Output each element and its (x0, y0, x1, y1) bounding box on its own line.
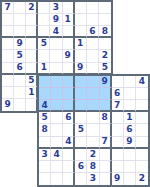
cell-r14-c7[interactable]: 6 (75, 161, 87, 173)
cell-r5-c2[interactable]: 5 (14, 50, 26, 62)
cell-r14-c4[interactable] (39, 161, 51, 173)
cell-r5-c5[interactable] (50, 50, 62, 62)
cell-r11-c10[interactable] (112, 124, 124, 136)
cell-r2-c1[interactable] (2, 14, 14, 26)
cell-r7-c5[interactable] (51, 76, 63, 88)
cell-r11-c8[interactable] (87, 124, 99, 136)
cell-r6-c7[interactable]: 9 (75, 63, 87, 75)
cell-r7-c7[interactable] (75, 76, 87, 88)
cell-r9-c6[interactable] (63, 100, 75, 112)
cell-r5-c8[interactable] (87, 50, 99, 62)
cell-r9-c5[interactable] (51, 100, 63, 112)
cell-r8-c8[interactable] (87, 88, 99, 100)
cell-r3-c8[interactable]: 6 (87, 26, 99, 38)
cell-r6-c9[interactable]: 5 (99, 63, 111, 75)
cell-r8-c7[interactable] (75, 88, 87, 100)
cell-r13-c8[interactable]: 2 (87, 149, 99, 161)
cell-r3-c1[interactable] (2, 26, 14, 38)
cell-r2-c7[interactable] (75, 14, 87, 26)
cell-r1-c5[interactable]: 3 (50, 2, 62, 14)
cell-r5-c3[interactable] (26, 50, 38, 62)
cell-r13-c12[interactable] (136, 149, 148, 161)
cell-r8-c2[interactable] (14, 87, 26, 99)
cell-r3-c5[interactable]: 4 (50, 26, 62, 38)
cell-r13-c11[interactable] (124, 149, 136, 161)
cell-r10-c12[interactable] (136, 112, 148, 124)
cell-r10-c11[interactable]: 1 (124, 112, 136, 124)
cell-r14-c12[interactable] (136, 161, 148, 173)
cell-r10-c7[interactable] (75, 112, 87, 124)
cell-r6-c3[interactable] (26, 63, 38, 75)
cell-r8-c4[interactable] (39, 88, 51, 100)
cell-r9-c10[interactable]: 7 (112, 100, 124, 112)
cell-r2-c3[interactable] (26, 14, 38, 26)
cell-r9-c9[interactable] (100, 100, 112, 112)
cell-r8-c11[interactable] (124, 88, 136, 100)
cell-r12-c11[interactable]: 9 (124, 137, 136, 149)
cell-r15-c10[interactable]: 9 (112, 173, 124, 185)
cell-r3-c9[interactable]: 8 (99, 26, 111, 38)
cell-r5-c4[interactable] (38, 50, 50, 62)
cell-r4-c5[interactable] (50, 38, 62, 50)
cell-r8-c6[interactable] (63, 88, 75, 100)
cell-r11-c4[interactable]: 8 (39, 124, 51, 136)
cell-r15-c7[interactable] (75, 173, 87, 185)
cell-r7-c9[interactable]: 9 (100, 76, 112, 88)
cell-r12-c5[interactable] (51, 137, 63, 149)
cell-r7-c1[interactable] (2, 75, 14, 87)
cell-r7-c11[interactable] (124, 76, 136, 88)
cell-r15-c8[interactable]: 3 (87, 173, 99, 185)
cell-r15-c11[interactable] (124, 173, 136, 185)
cell-r4-c7[interactable]: 1 (75, 38, 87, 50)
cell-r8-c9[interactable] (100, 88, 112, 100)
cell-r6-c1[interactable] (2, 63, 14, 75)
cell-r9-c8[interactable] (87, 100, 99, 112)
cell-r14-c10[interactable] (112, 161, 124, 173)
cell-r15-c5[interactable] (51, 173, 63, 185)
cell-r5-c6[interactable]: 9 (63, 50, 75, 62)
cell-r7-c2[interactable] (14, 75, 26, 87)
cell-r11-c5[interactable] (51, 124, 63, 136)
cell-r13-c6[interactable] (63, 149, 75, 161)
cell-r10-c10[interactable] (112, 112, 124, 124)
cell-r14-c8[interactable]: 8 (87, 161, 99, 173)
cell-r3-c6[interactable] (63, 26, 75, 38)
cell-r14-c6[interactable] (63, 161, 75, 173)
cell-r1-c7[interactable] (75, 2, 87, 14)
cell-r7-c8[interactable] (87, 76, 99, 88)
cell-r12-c8[interactable] (87, 137, 99, 149)
cell-r5-c1[interactable] (2, 50, 14, 62)
cell-r3-c7[interactable] (75, 26, 87, 38)
cell-r4-c9[interactable] (99, 38, 111, 50)
cell-r3-c4[interactable] (38, 26, 50, 38)
cell-r7-c10[interactable] (112, 76, 124, 88)
cell-r3-c3[interactable] (26, 26, 38, 38)
cell-r13-c4[interactable]: 3 (39, 149, 51, 161)
sudoku-grid-bottom-right: 94647568185647934268392 (37, 74, 150, 187)
cell-r2-c6[interactable]: 1 (63, 14, 75, 26)
cell-r9-c7[interactable] (75, 100, 87, 112)
cell-r14-c9[interactable] (100, 161, 112, 173)
cell-r9-c12[interactable] (136, 100, 148, 112)
cell-r14-c5[interactable] (51, 161, 63, 173)
cell-r12-c6[interactable]: 4 (63, 137, 75, 149)
cell-r4-c4[interactable]: 5 (38, 38, 50, 50)
cell-r8-c5[interactable] (51, 88, 63, 100)
cell-r2-c2[interactable] (14, 14, 26, 26)
cell-r12-c7[interactable] (75, 137, 87, 149)
cell-r12-c12[interactable] (136, 137, 148, 149)
cell-r9-c11[interactable] (124, 100, 136, 112)
cell-r5-c9[interactable]: 2 (99, 50, 111, 62)
cell-r6-c8[interactable] (87, 63, 99, 75)
cell-r8-c10[interactable]: 6 (112, 88, 124, 100)
cell-r13-c7[interactable] (75, 149, 87, 161)
cell-r13-c10[interactable] (112, 149, 124, 161)
cell-r12-c9[interactable]: 7 (100, 137, 112, 149)
cell-r6-c2[interactable]: 6 (14, 63, 26, 75)
cell-r15-c4[interactable] (39, 173, 51, 185)
cell-r1-c4[interactable] (38, 2, 50, 14)
twodoku-board: 72391468951592619559194 9464756818564793… (0, 0, 150, 187)
cell-r9-c4[interactable]: 4 (39, 100, 51, 112)
cell-r1-c9[interactable] (99, 2, 111, 14)
cell-r12-c4[interactable] (39, 137, 51, 149)
cell-r1-c3[interactable]: 2 (26, 2, 38, 14)
cell-r6-c6[interactable] (63, 63, 75, 75)
cell-r4-c6[interactable] (63, 38, 75, 50)
cell-r2-c8[interactable] (87, 14, 99, 26)
cell-r1-c8[interactable] (87, 2, 99, 14)
cell-r14-c11[interactable] (124, 161, 136, 173)
cell-r1-c6[interactable] (63, 2, 75, 14)
cell-r6-c5[interactable] (50, 63, 62, 75)
cell-r11-c6[interactable] (63, 124, 75, 136)
cell-r11-c7[interactable]: 5 (75, 124, 87, 136)
cell-r7-c12[interactable]: 4 (136, 76, 148, 88)
cell-r6-c4[interactable]: 1 (38, 63, 50, 75)
cell-r10-c9[interactable]: 8 (100, 112, 112, 124)
cell-r2-c9[interactable] (99, 14, 111, 26)
cell-r1-c1[interactable]: 7 (2, 2, 14, 14)
cell-r13-c5[interactable]: 4 (51, 149, 63, 161)
cell-r10-c6[interactable]: 6 (63, 112, 75, 124)
cell-r11-c9[interactable] (100, 124, 112, 136)
cell-r12-c10[interactable] (112, 137, 124, 149)
cell-r5-c7[interactable] (75, 50, 87, 62)
cell-r15-c9[interactable] (100, 173, 112, 185)
cell-r10-c8[interactable] (87, 112, 99, 124)
cell-r9-c2[interactable] (14, 99, 26, 111)
cell-r1-c2[interactable] (14, 2, 26, 14)
cell-r10-c5[interactable] (51, 112, 63, 124)
cell-r2-c4[interactable] (38, 14, 50, 26)
cell-r7-c4[interactable] (39, 76, 51, 88)
cell-r11-c12[interactable] (136, 124, 148, 136)
cell-r15-c12[interactable]: 2 (136, 173, 148, 185)
cell-r8-c1[interactable] (2, 87, 14, 99)
cell-r4-c3[interactable] (26, 38, 38, 50)
cell-r2-c5[interactable]: 9 (50, 14, 62, 26)
cell-r3-c2[interactable] (14, 26, 26, 38)
cell-r4-c2[interactable]: 9 (14, 38, 26, 50)
cell-r10-c4[interactable]: 5 (39, 112, 51, 124)
cell-r8-c12[interactable] (136, 88, 148, 100)
cell-r9-c1[interactable]: 9 (2, 99, 14, 111)
cell-r4-c8[interactable] (87, 38, 99, 50)
cell-r13-c9[interactable] (100, 149, 112, 161)
cell-r11-c11[interactable]: 6 (124, 124, 136, 136)
cell-r15-c6[interactable] (63, 173, 75, 185)
cell-r7-c6[interactable] (63, 76, 75, 88)
cell-r4-c1[interactable] (2, 38, 14, 50)
